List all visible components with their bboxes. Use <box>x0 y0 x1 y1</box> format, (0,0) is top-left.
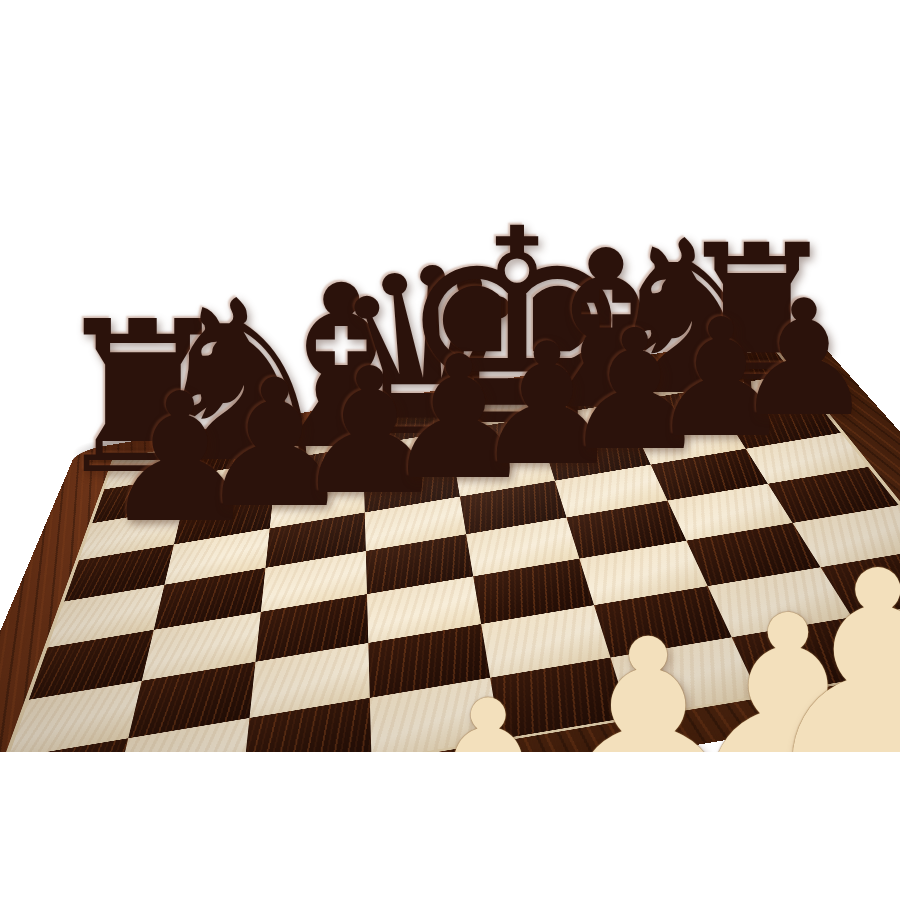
photo-crop-mask <box>0 752 900 900</box>
product-photo: ♜♞♝♛♚♝♞♜♟♟♟♟♟♟♟♟♟♟♟♟ <box>0 0 900 900</box>
